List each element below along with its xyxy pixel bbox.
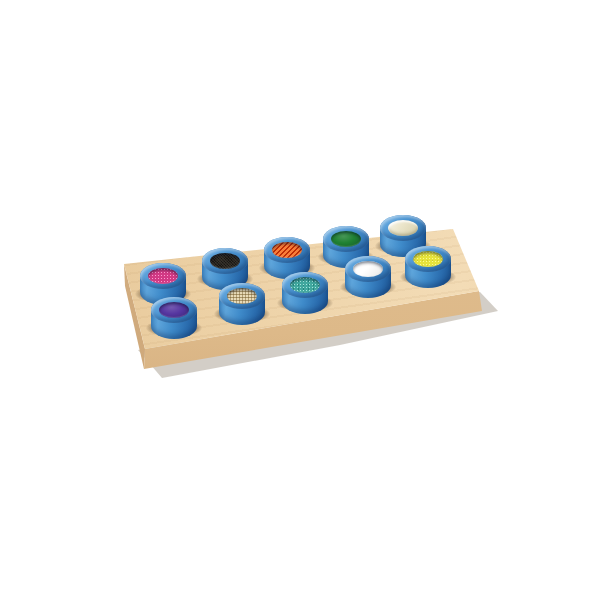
texture-pad — [353, 261, 383, 277]
texture-cylinder-beige-woven[interactable] — [219, 283, 265, 325]
texture-pad — [210, 253, 240, 269]
texture-pad — [227, 288, 257, 304]
texture-cylinder-yellow-sponge[interactable] — [405, 246, 451, 288]
texture-pad — [388, 220, 418, 236]
texture-pad — [413, 251, 443, 267]
product-photo-scene — [0, 0, 605, 605]
texture-pad — [331, 231, 361, 247]
texture-pad — [159, 302, 189, 318]
texture-cylinder-teal-terry[interactable] — [282, 272, 328, 314]
texture-pad — [148, 268, 178, 284]
texture-cylinder-purple-felt[interactable] — [151, 297, 197, 339]
texture-cylinder-white-smooth[interactable] — [345, 256, 391, 298]
texture-pad — [272, 242, 302, 258]
texture-pad — [290, 277, 320, 293]
